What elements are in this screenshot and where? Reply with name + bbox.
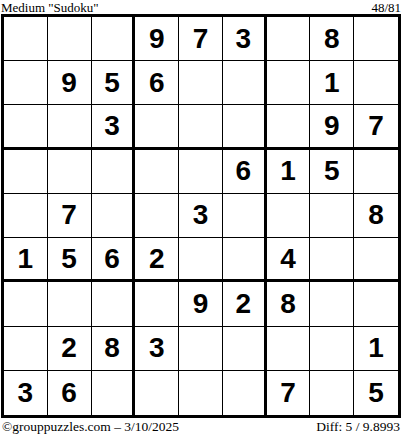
cell-r5c2[interactable]: 7	[48, 194, 92, 238]
cell-r6c2[interactable]: 5	[48, 238, 92, 282]
cell-r5c3[interactable]	[92, 194, 136, 238]
puzzle-title: Medium "Sudoku"	[1, 1, 99, 14]
cell-r2c7[interactable]	[267, 61, 311, 105]
cell-r7c3[interactable]	[92, 282, 136, 326]
cell-r5c9[interactable]: 8	[354, 194, 398, 238]
cell-r8c8[interactable]	[310, 327, 354, 371]
cell-r2c6[interactable]	[223, 61, 267, 105]
cell-r4c8[interactable]: 5	[310, 150, 354, 194]
cell-r4c4[interactable]	[135, 150, 179, 194]
cell-r1c3[interactable]	[92, 17, 136, 61]
cell-r5c1[interactable]	[4, 194, 48, 238]
cell-r1c7[interactable]	[267, 17, 311, 61]
cell-r3c9[interactable]: 7	[354, 105, 398, 149]
cell-r7c5[interactable]: 9	[179, 282, 223, 326]
cell-r4c3[interactable]	[92, 150, 136, 194]
cell-r1c8[interactable]: 8	[310, 17, 354, 61]
cell-r7c4[interactable]	[135, 282, 179, 326]
copyright-date-label: ©grouppuzzles.com – 3/10/2025	[2, 420, 179, 434]
cell-r9c9[interactable]: 5	[354, 371, 398, 415]
cell-r2c1[interactable]	[4, 61, 48, 105]
cell-r6c8[interactable]	[310, 238, 354, 282]
cell-r3c3[interactable]: 3	[92, 105, 136, 149]
cell-r1c4[interactable]: 9	[135, 17, 179, 61]
cell-r8c7[interactable]	[267, 327, 311, 371]
cell-r2c3[interactable]: 5	[92, 61, 136, 105]
cell-r4c5[interactable]	[179, 150, 223, 194]
cell-r5c8[interactable]	[310, 194, 354, 238]
puzzle-page: Medium "Sudoku" 48/81 973895613976157381…	[0, 0, 402, 437]
cell-r6c3[interactable]: 6	[92, 238, 136, 282]
cell-r9c1[interactable]: 3	[4, 371, 48, 415]
cell-r2c4[interactable]: 6	[135, 61, 179, 105]
cell-r6c6[interactable]	[223, 238, 267, 282]
cell-r9c7[interactable]: 7	[267, 371, 311, 415]
cell-r5c6[interactable]	[223, 194, 267, 238]
cell-r8c4[interactable]: 3	[135, 327, 179, 371]
cell-r3c5[interactable]	[179, 105, 223, 149]
cell-r3c4[interactable]	[135, 105, 179, 149]
cell-r6c4[interactable]: 2	[135, 238, 179, 282]
cell-r2c2[interactable]: 9	[48, 61, 92, 105]
cell-r4c9[interactable]	[354, 150, 398, 194]
cell-r9c3[interactable]	[92, 371, 136, 415]
cell-r1c9[interactable]	[354, 17, 398, 61]
cell-r3c8[interactable]: 9	[310, 105, 354, 149]
cell-r4c2[interactable]	[48, 150, 92, 194]
empty-cell-counter: 48/81	[371, 1, 401, 14]
cell-r9c4[interactable]	[135, 371, 179, 415]
cell-r7c9[interactable]	[354, 282, 398, 326]
cell-r3c6[interactable]	[223, 105, 267, 149]
puzzle-header: Medium "Sudoku" 48/81	[0, 0, 402, 14]
cell-r6c7[interactable]: 4	[267, 238, 311, 282]
difficulty-label: Diff: 5 / 9.8993	[316, 420, 400, 434]
cell-r8c5[interactable]	[179, 327, 223, 371]
cell-r9c5[interactable]	[179, 371, 223, 415]
cell-r1c6[interactable]: 3	[223, 17, 267, 61]
cell-r4c7[interactable]: 1	[267, 150, 311, 194]
cell-r6c5[interactable]	[179, 238, 223, 282]
cell-r2c8[interactable]: 1	[310, 61, 354, 105]
cell-r9c2[interactable]: 6	[48, 371, 92, 415]
cell-r8c9[interactable]: 1	[354, 327, 398, 371]
cell-r2c9[interactable]	[354, 61, 398, 105]
cell-r3c2[interactable]	[48, 105, 92, 149]
cell-r9c8[interactable]	[310, 371, 354, 415]
cell-r7c2[interactable]	[48, 282, 92, 326]
cell-r1c5[interactable]: 7	[179, 17, 223, 61]
cell-r5c5[interactable]: 3	[179, 194, 223, 238]
cell-r4c1[interactable]	[4, 150, 48, 194]
cell-r2c5[interactable]	[179, 61, 223, 105]
puzzle-footer: ©grouppuzzles.com – 3/10/2025 Diff: 5 / …	[0, 418, 402, 437]
cell-r3c7[interactable]	[267, 105, 311, 149]
cell-r1c2[interactable]	[48, 17, 92, 61]
cell-r9c6[interactable]	[223, 371, 267, 415]
cell-r7c6[interactable]: 2	[223, 282, 267, 326]
cell-r7c8[interactable]	[310, 282, 354, 326]
cell-r8c3[interactable]: 8	[92, 327, 136, 371]
cell-r7c1[interactable]	[4, 282, 48, 326]
cell-r3c1[interactable]	[4, 105, 48, 149]
cell-r6c9[interactable]	[354, 238, 398, 282]
cell-r5c4[interactable]	[135, 194, 179, 238]
cell-r7c7[interactable]: 8	[267, 282, 311, 326]
cell-r8c2[interactable]: 2	[48, 327, 92, 371]
cell-r5c7[interactable]	[267, 194, 311, 238]
sudoku-board: 973895613976157381562492828313675	[1, 14, 401, 418]
cell-r8c6[interactable]	[223, 327, 267, 371]
cell-r6c1[interactable]: 1	[4, 238, 48, 282]
cell-r4c6[interactable]: 6	[223, 150, 267, 194]
cell-r8c1[interactable]	[4, 327, 48, 371]
cell-r1c1[interactable]	[4, 17, 48, 61]
